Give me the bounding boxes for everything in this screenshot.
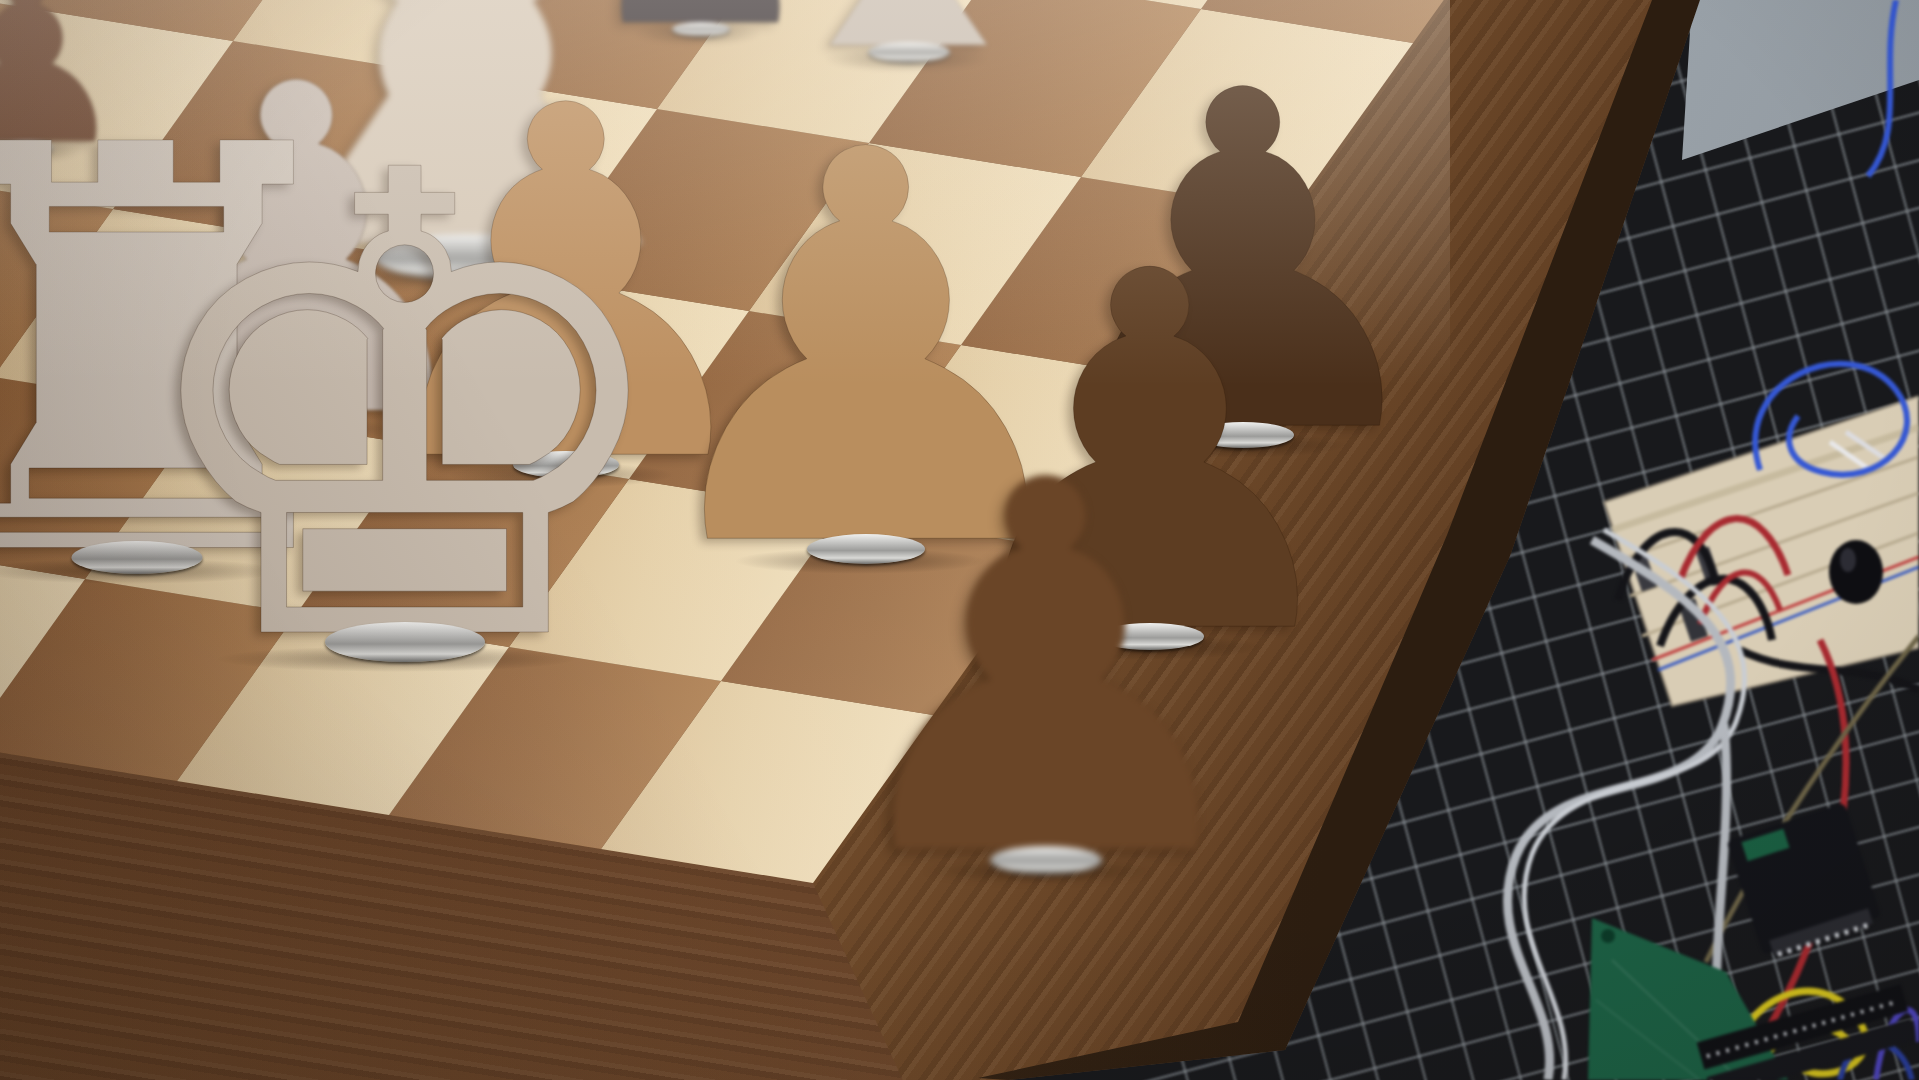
chessboard-photo: ♟♝♟♝♟♜♚♟♟♟♟♟ [0, 0, 1919, 1080]
white-king-glyph: ♚ [118, 162, 691, 660]
piece-base-ring [990, 846, 1102, 874]
pieces-layer: ♟♝♟♝♟♜♚♟♟♟♟♟ [0, 0, 1919, 1080]
piece-base-ring [325, 622, 485, 662]
white-king: ♚ [240, 190, 569, 660]
black-pawn-glyph: ♟ [817, 473, 1276, 872]
black-pawn-frame-near: ♟ [937, 542, 1155, 872]
